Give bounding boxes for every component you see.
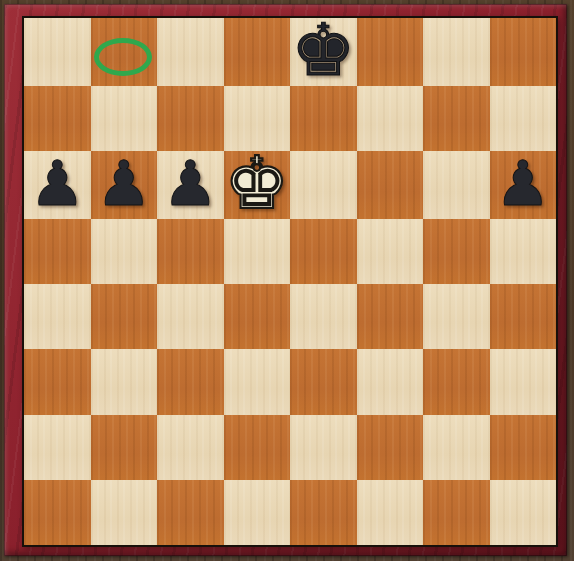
square-f5[interactable] — [357, 219, 424, 284]
square-h5[interactable] — [490, 219, 557, 284]
square-g5[interactable] — [423, 219, 490, 284]
square-d4[interactable] — [224, 284, 291, 349]
square-b5[interactable] — [91, 219, 158, 284]
square-b7[interactable] — [91, 86, 158, 151]
square-c7[interactable] — [157, 86, 224, 151]
square-d2[interactable] — [224, 415, 291, 480]
square-d3[interactable] — [224, 349, 291, 414]
square-a6[interactable]: ♟ — [24, 151, 91, 219]
square-b4[interactable] — [91, 284, 158, 349]
square-e6[interactable] — [290, 151, 357, 219]
square-d5[interactable] — [224, 219, 291, 284]
square-b1[interactable] — [91, 480, 158, 545]
square-d6[interactable]: ♚ — [224, 151, 291, 219]
piece-black-pawn[interactable]: ♟ — [495, 153, 551, 215]
board-frame: ♚♟♟♟♚♟ — [4, 4, 567, 556]
square-e8[interactable]: ♚ — [290, 18, 357, 86]
square-c6[interactable]: ♟ — [157, 151, 224, 219]
square-c8[interactable] — [157, 18, 224, 86]
square-b6[interactable]: ♟ — [91, 151, 158, 219]
square-a3[interactable] — [24, 349, 91, 414]
square-a2[interactable] — [24, 415, 91, 480]
square-e4[interactable] — [290, 284, 357, 349]
square-g8[interactable] — [423, 18, 490, 86]
square-e3[interactable] — [290, 349, 357, 414]
piece-white-king[interactable]: ♚ — [224, 147, 289, 219]
square-a7[interactable] — [24, 86, 91, 151]
square-f4[interactable] — [357, 284, 424, 349]
piece-black-pawn[interactable]: ♟ — [96, 153, 152, 215]
square-f6[interactable] — [357, 151, 424, 219]
square-h6[interactable]: ♟ — [490, 151, 557, 219]
square-f3[interactable] — [357, 349, 424, 414]
piece-black-pawn[interactable]: ♟ — [29, 153, 85, 215]
square-b3[interactable] — [91, 349, 158, 414]
square-c4[interactable] — [157, 284, 224, 349]
chessboard-screenshot: ♚♟♟♟♚♟ — [0, 0, 574, 561]
square-c2[interactable] — [157, 415, 224, 480]
square-b8[interactable] — [91, 18, 158, 86]
square-c1[interactable] — [157, 480, 224, 545]
piece-black-pawn[interactable]: ♟ — [162, 153, 218, 215]
chess-board: ♚♟♟♟♚♟ — [22, 16, 558, 547]
square-h3[interactable] — [490, 349, 557, 414]
square-e5[interactable] — [290, 219, 357, 284]
square-e1[interactable] — [290, 480, 357, 545]
square-c3[interactable] — [157, 349, 224, 414]
highlight-ellipse-annotation — [94, 38, 152, 76]
square-a8[interactable] — [24, 18, 91, 86]
square-f1[interactable] — [357, 480, 424, 545]
square-f8[interactable] — [357, 18, 424, 86]
square-c5[interactable] — [157, 219, 224, 284]
piece-black-king[interactable]: ♚ — [291, 14, 356, 86]
square-h1[interactable] — [490, 480, 557, 545]
square-a5[interactable] — [24, 219, 91, 284]
square-g2[interactable] — [423, 415, 490, 480]
square-d8[interactable] — [224, 18, 291, 86]
square-g7[interactable] — [423, 86, 490, 151]
square-b2[interactable] — [91, 415, 158, 480]
square-h4[interactable] — [490, 284, 557, 349]
square-h8[interactable] — [490, 18, 557, 86]
square-g4[interactable] — [423, 284, 490, 349]
square-h7[interactable] — [490, 86, 557, 151]
square-e2[interactable] — [290, 415, 357, 480]
square-f2[interactable] — [357, 415, 424, 480]
square-a1[interactable] — [24, 480, 91, 545]
square-g6[interactable] — [423, 151, 490, 219]
square-g3[interactable] — [423, 349, 490, 414]
square-f7[interactable] — [357, 86, 424, 151]
square-g1[interactable] — [423, 480, 490, 545]
square-e7[interactable] — [290, 86, 357, 151]
square-d1[interactable] — [224, 480, 291, 545]
square-h2[interactable] — [490, 415, 557, 480]
square-a4[interactable] — [24, 284, 91, 349]
